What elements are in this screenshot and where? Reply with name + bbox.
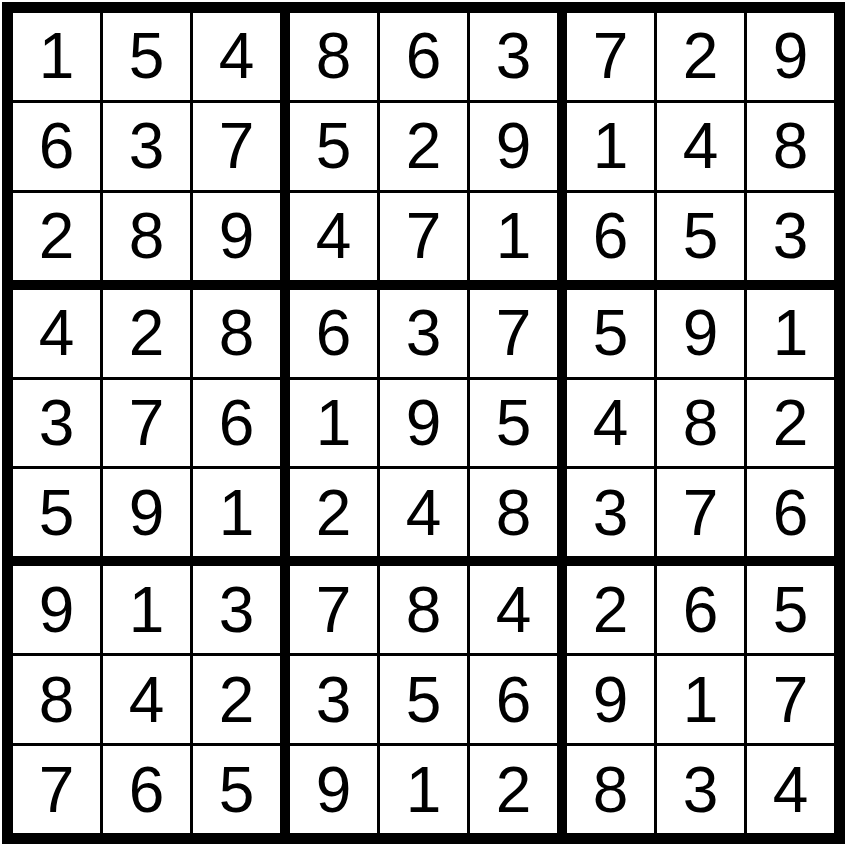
cell-r9c8[interactable]: 3 <box>657 746 744 833</box>
cell-r4c4[interactable]: 6 <box>290 290 377 377</box>
cell-r4c9[interactable]: 1 <box>747 290 834 377</box>
cell-r9c6[interactable]: 2 <box>470 746 557 833</box>
cell-r2c4[interactable]: 5 <box>290 103 377 190</box>
cell-r3c9[interactable]: 3 <box>747 193 834 280</box>
cell-r7c2[interactable]: 1 <box>103 566 190 653</box>
cell-r6c8[interactable]: 7 <box>657 469 744 556</box>
cell-r6c3[interactable]: 1 <box>193 469 280 556</box>
cell-r5c9[interactable]: 2 <box>747 380 834 467</box>
cell-r3c1[interactable]: 2 <box>13 193 100 280</box>
cell-r7c7[interactable]: 2 <box>567 566 654 653</box>
cell-r8c8[interactable]: 1 <box>657 656 744 743</box>
sudoku-box-7: 913842765 <box>13 566 280 833</box>
cell-r6c5[interactable]: 4 <box>380 469 467 556</box>
cell-r4c1[interactable]: 4 <box>13 290 100 377</box>
cell-r8c1[interactable]: 8 <box>13 656 100 743</box>
cell-r6c9[interactable]: 6 <box>747 469 834 556</box>
cell-r9c7[interactable]: 8 <box>567 746 654 833</box>
cell-r6c7[interactable]: 3 <box>567 469 654 556</box>
sudoku-board: 1546372898635294717291486534283765916371… <box>2 2 845 844</box>
cell-r3c8[interactable]: 5 <box>657 193 744 280</box>
cell-r1c3[interactable]: 4 <box>193 13 280 100</box>
cell-r2c5[interactable]: 2 <box>380 103 467 190</box>
cell-r8c3[interactable]: 2 <box>193 656 280 743</box>
cell-r2c2[interactable]: 3 <box>103 103 190 190</box>
cell-r3c6[interactable]: 1 <box>470 193 557 280</box>
cell-r5c7[interactable]: 4 <box>567 380 654 467</box>
cell-r3c2[interactable]: 8 <box>103 193 190 280</box>
cell-r6c4[interactable]: 2 <box>290 469 377 556</box>
cell-r6c2[interactable]: 9 <box>103 469 190 556</box>
sudoku-box-5: 637195248 <box>290 290 557 557</box>
cell-r2c9[interactable]: 8 <box>747 103 834 190</box>
cell-r9c1[interactable]: 7 <box>13 746 100 833</box>
cell-r4c3[interactable]: 8 <box>193 290 280 377</box>
sudoku-box-9: 265917834 <box>567 566 834 833</box>
cell-r4c7[interactable]: 5 <box>567 290 654 377</box>
cell-r9c9[interactable]: 4 <box>747 746 834 833</box>
cell-r7c8[interactable]: 6 <box>657 566 744 653</box>
cell-r7c6[interactable]: 4 <box>470 566 557 653</box>
cell-r9c3[interactable]: 5 <box>193 746 280 833</box>
cell-r2c7[interactable]: 1 <box>567 103 654 190</box>
cell-r8c6[interactable]: 6 <box>470 656 557 743</box>
cell-r5c3[interactable]: 6 <box>193 380 280 467</box>
sudoku-box-8: 784356912 <box>290 566 557 833</box>
cell-r1c4[interactable]: 8 <box>290 13 377 100</box>
cell-r8c7[interactable]: 9 <box>567 656 654 743</box>
cell-r9c4[interactable]: 9 <box>290 746 377 833</box>
cell-r4c5[interactable]: 3 <box>380 290 467 377</box>
cell-r5c2[interactable]: 7 <box>103 380 190 467</box>
cell-r1c7[interactable]: 7 <box>567 13 654 100</box>
cell-r5c5[interactable]: 9 <box>380 380 467 467</box>
sudoku-box-2: 863529471 <box>290 13 557 280</box>
sudoku-box-1: 154637289 <box>13 13 280 280</box>
cell-r4c6[interactable]: 7 <box>470 290 557 377</box>
cell-r9c5[interactable]: 1 <box>380 746 467 833</box>
cell-r2c6[interactable]: 9 <box>470 103 557 190</box>
cell-r1c9[interactable]: 9 <box>747 13 834 100</box>
cell-r1c5[interactable]: 6 <box>380 13 467 100</box>
page-background: 1546372898635294717291486534283765916371… <box>0 0 845 844</box>
cell-r2c3[interactable]: 7 <box>193 103 280 190</box>
cell-r8c2[interactable]: 4 <box>103 656 190 743</box>
sudoku-box-4: 428376591 <box>13 290 280 557</box>
cell-r3c4[interactable]: 4 <box>290 193 377 280</box>
cell-r9c2[interactable]: 6 <box>103 746 190 833</box>
cell-r6c6[interactable]: 8 <box>470 469 557 556</box>
cell-r8c5[interactable]: 5 <box>380 656 467 743</box>
cell-r8c4[interactable]: 3 <box>290 656 377 743</box>
cell-r3c7[interactable]: 6 <box>567 193 654 280</box>
cell-r2c8[interactable]: 4 <box>657 103 744 190</box>
cell-r1c6[interactable]: 3 <box>470 13 557 100</box>
cell-r4c2[interactable]: 2 <box>103 290 190 377</box>
cell-r7c9[interactable]: 5 <box>747 566 834 653</box>
cell-r2c1[interactable]: 6 <box>13 103 100 190</box>
cell-r1c1[interactable]: 1 <box>13 13 100 100</box>
cell-r5c8[interactable]: 8 <box>657 380 744 467</box>
cell-r4c8[interactable]: 9 <box>657 290 744 377</box>
cell-r7c5[interactable]: 8 <box>380 566 467 653</box>
cell-r3c3[interactable]: 9 <box>193 193 280 280</box>
cell-r5c1[interactable]: 3 <box>13 380 100 467</box>
cell-r1c2[interactable]: 5 <box>103 13 190 100</box>
cell-r5c4[interactable]: 1 <box>290 380 377 467</box>
cell-r6c1[interactable]: 5 <box>13 469 100 556</box>
cell-r7c4[interactable]: 7 <box>290 566 377 653</box>
cell-r3c5[interactable]: 7 <box>380 193 467 280</box>
cell-r5c6[interactable]: 5 <box>470 380 557 467</box>
cell-r7c1[interactable]: 9 <box>13 566 100 653</box>
cell-r7c3[interactable]: 3 <box>193 566 280 653</box>
cell-r8c9[interactable]: 7 <box>747 656 834 743</box>
sudoku-box-3: 729148653 <box>567 13 834 280</box>
cell-r1c8[interactable]: 2 <box>657 13 744 100</box>
sudoku-box-6: 591482376 <box>567 290 834 557</box>
